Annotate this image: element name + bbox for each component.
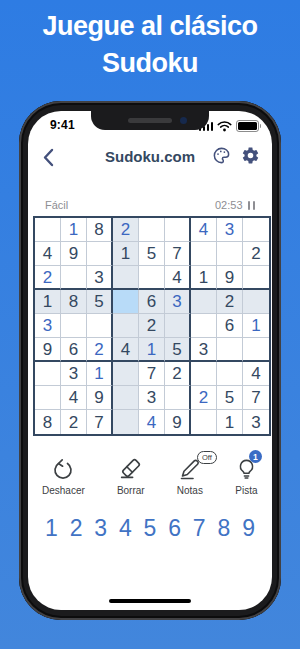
home-indicator[interactable]: [109, 599, 191, 604]
cell-r2c6[interactable]: 7: [165, 242, 191, 266]
clock-text: 9:41: [50, 118, 75, 132]
cell-r8c7[interactable]: 2: [191, 386, 217, 410]
notch: [91, 111, 209, 130]
numpad-key-2[interactable]: 2: [70, 515, 83, 542]
cell-r2c9[interactable]: 2: [243, 242, 269, 266]
cell-r2c8[interactable]: [217, 242, 243, 266]
undo-label: Deshacer: [42, 485, 85, 496]
cell-r9c8[interactable]: 1: [217, 410, 243, 434]
cell-r1c7[interactable]: 4: [191, 218, 217, 242]
cell-r6c8[interactable]: [217, 338, 243, 362]
cell-r4c6[interactable]: 3: [165, 290, 191, 314]
numpad-key-5[interactable]: 5: [144, 515, 157, 542]
cell-r3c9[interactable]: [243, 266, 269, 290]
erase-button[interactable]: Borrar: [117, 455, 145, 496]
cell-r3c8[interactable]: 9: [217, 266, 243, 290]
cell-r6c4[interactable]: 4: [113, 338, 139, 362]
cell-r9c2[interactable]: 2: [61, 410, 87, 434]
headline-line2: Sudoku: [0, 45, 300, 82]
cell-r9c7[interactable]: [191, 410, 217, 434]
app-store-screenshot: Juegue al clásico Sudoku 9:41: [0, 0, 300, 649]
cell-r1c5[interactable]: [139, 218, 165, 242]
game-info-row: Fácil 02:53: [45, 199, 255, 211]
cell-r1c2[interactable]: 1: [61, 218, 87, 242]
cell-r9c6[interactable]: 9: [165, 410, 191, 434]
notes-label: Notas: [177, 485, 203, 496]
nav-bar: Sudoku.com: [28, 141, 272, 173]
cell-r7c5[interactable]: 7: [139, 362, 165, 386]
cell-r5c3[interactable]: [87, 314, 113, 338]
palette-icon: [212, 146, 231, 165]
sudoku-grid: 1824349157223419185632326196241533172449…: [33, 216, 271, 436]
cell-r8c9[interactable]: 7: [243, 386, 269, 410]
cell-r1c3[interactable]: 8: [87, 218, 113, 242]
hint-label: Pista: [235, 485, 257, 496]
cell-r5c4[interactable]: [113, 314, 139, 338]
cell-r4c9[interactable]: [243, 290, 269, 314]
notes-button[interactable]: Off Notas: [177, 455, 203, 496]
cell-r7c8[interactable]: [217, 362, 243, 386]
cell-r5c1[interactable]: 3: [35, 314, 61, 338]
cell-r9c5[interactable]: 4: [139, 410, 165, 434]
cell-r5c8[interactable]: 6: [217, 314, 243, 338]
difficulty-label: Fácil: [45, 199, 68, 211]
cell-r8c2[interactable]: 4: [61, 386, 87, 410]
numpad-key-7[interactable]: 7: [193, 515, 206, 542]
cell-r6c6[interactable]: 5: [165, 338, 191, 362]
cell-r5c9[interactable]: 1: [243, 314, 269, 338]
cell-r5c6[interactable]: [165, 314, 191, 338]
gear-icon: [241, 146, 260, 165]
cell-r8c8[interactable]: 5: [217, 386, 243, 410]
cell-r2c1[interactable]: 4: [35, 242, 61, 266]
cell-r5c7[interactable]: [191, 314, 217, 338]
cell-r9c4[interactable]: [113, 410, 139, 434]
theme-palette-button[interactable]: [212, 146, 231, 165]
cell-r2c4[interactable]: 1: [113, 242, 139, 266]
cell-r7c9[interactable]: 4: [243, 362, 269, 386]
cell-r8c3[interactable]: 9: [87, 386, 113, 410]
cell-r9c9[interactable]: 3: [243, 410, 269, 434]
settings-button[interactable]: [241, 146, 260, 165]
undo-button[interactable]: Deshacer: [42, 455, 85, 496]
cell-r5c5[interactable]: 2: [139, 314, 165, 338]
cell-r6c1[interactable]: 9: [35, 338, 61, 362]
cell-r2c5[interactable]: 5: [139, 242, 165, 266]
cell-r7c6[interactable]: 2: [165, 362, 191, 386]
cell-r7c3[interactable]: 1: [87, 362, 113, 386]
cell-r5c2[interactable]: [61, 314, 87, 338]
cell-r6c2[interactable]: 6: [61, 338, 87, 362]
hint-count-badge: 1: [249, 450, 262, 463]
numpad-key-9[interactable]: 9: [242, 515, 255, 542]
cell-r4c3[interactable]: 5: [87, 290, 113, 314]
notes-toggle-badge: Off: [197, 451, 217, 464]
marketing-headline: Juegue al clásico Sudoku: [0, 8, 300, 82]
cell-r3c4[interactable]: [113, 266, 139, 290]
cell-r4c4[interactable]: [113, 290, 139, 314]
hint-button[interactable]: 1 Pista: [235, 455, 258, 496]
cell-r1c9[interactable]: [243, 218, 269, 242]
cell-r2c3[interactable]: [87, 242, 113, 266]
cell-r4c1[interactable]: 1: [35, 290, 61, 314]
phone-screen: 9:41: [28, 111, 272, 610]
cell-r3c6[interactable]: 4: [165, 266, 191, 290]
cell-r6c7[interactable]: 3: [191, 338, 217, 362]
cell-r8c6[interactable]: [165, 386, 191, 410]
numpad-key-8[interactable]: 8: [217, 515, 230, 542]
speaker-slit: [128, 118, 172, 123]
toolbar: Deshacer Borrar: [28, 455, 272, 496]
eraser-icon: [118, 455, 143, 481]
numpad-key-6[interactable]: 6: [168, 515, 181, 542]
cell-r1c1[interactable]: [35, 218, 61, 242]
numpad-key-4[interactable]: 4: [119, 515, 132, 542]
cell-r1c8[interactable]: 3: [217, 218, 243, 242]
cell-r4c7[interactable]: [191, 290, 217, 314]
cell-r3c1[interactable]: 2: [35, 266, 61, 290]
iphone-mockup: 9:41: [19, 101, 281, 620]
cell-r9c3[interactable]: 7: [87, 410, 113, 434]
undo-icon: [51, 455, 75, 481]
cell-r4c5[interactable]: 6: [139, 290, 165, 314]
cell-r7c1[interactable]: [35, 362, 61, 386]
erase-label: Borrar: [117, 485, 145, 496]
numpad-key-3[interactable]: 3: [94, 515, 107, 542]
battery-icon: [236, 120, 259, 132]
cell-r7c2[interactable]: 3: [61, 362, 87, 386]
cell-r4c2[interactable]: 8: [61, 290, 87, 314]
cell-r6c9[interactable]: [243, 338, 269, 362]
cell-r1c6[interactable]: [165, 218, 191, 242]
cell-r9c1[interactable]: 8: [35, 410, 61, 434]
pause-button[interactable]: [248, 201, 256, 210]
cell-r2c2[interactable]: 9: [61, 242, 87, 266]
headline-line1: Juegue al clásico: [0, 8, 300, 45]
number-pad: 123456789: [28, 515, 272, 542]
cell-r8c4[interactable]: [113, 386, 139, 410]
cell-r2c7[interactable]: [191, 242, 217, 266]
cell-r6c5[interactable]: 1: [139, 338, 165, 362]
cell-r7c4[interactable]: [113, 362, 139, 386]
cell-r3c2[interactable]: [61, 266, 87, 290]
cell-r8c5[interactable]: 3: [139, 386, 165, 410]
cell-r3c3[interactable]: 3: [87, 266, 113, 290]
cell-r3c7[interactable]: 1: [191, 266, 217, 290]
front-camera: [180, 117, 187, 124]
cell-r1c4[interactable]: 2: [113, 218, 139, 242]
numpad-key-1[interactable]: 1: [45, 515, 58, 542]
timer-text: 02:53: [215, 199, 243, 211]
cell-r8c1[interactable]: [35, 386, 61, 410]
cell-r7c7[interactable]: [191, 362, 217, 386]
cell-r4c8[interactable]: 2: [217, 290, 243, 314]
wifi-icon: [217, 121, 232, 132]
cell-r3c5[interactable]: [139, 266, 165, 290]
cell-r6c3[interactable]: 2: [87, 338, 113, 362]
